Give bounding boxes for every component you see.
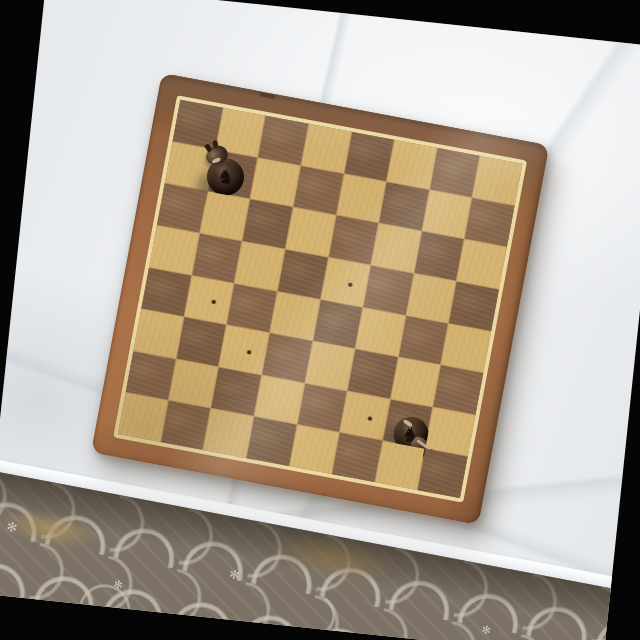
square-g5[interactable] [406, 274, 456, 323]
square-e7[interactable] [336, 174, 386, 223]
square-d3[interactable] [262, 333, 312, 382]
square-d1[interactable] [246, 417, 296, 466]
square-f7[interactable] [379, 182, 429, 231]
square-d6[interactable] [286, 208, 336, 257]
square-h1[interactable] [418, 449, 468, 498]
square-a3[interactable] [134, 309, 184, 358]
square-b5[interactable] [192, 234, 242, 283]
square-c3[interactable] [219, 325, 269, 374]
square-d2[interactable] [254, 375, 304, 424]
square-g8[interactable] [430, 148, 480, 197]
square-b6[interactable] [200, 192, 250, 241]
square-d4[interactable] [270, 292, 320, 341]
square-g6[interactable] [414, 232, 464, 281]
square-e4[interactable] [313, 300, 363, 349]
square-a2[interactable] [126, 351, 176, 400]
square-a1[interactable] [118, 393, 168, 442]
square-a6[interactable] [157, 184, 207, 233]
square-h8[interactable] [473, 156, 523, 205]
square-e2[interactable] [297, 383, 347, 432]
square-f8[interactable] [387, 140, 437, 189]
square-c6[interactable] [243, 200, 293, 249]
square-h4[interactable] [442, 324, 492, 373]
square-e8[interactable] [344, 132, 394, 181]
knight-glyph: ♞ [215, 165, 236, 188]
carpet-flower-motif: ✻ [480, 623, 491, 637]
photo-scene: ✻✻✻✻✻✻✻✻✻✻✻ ♞♞ [0, 0, 640, 640]
carpet-flower-motif: ✻ [112, 578, 123, 592]
square-e5[interactable] [321, 258, 371, 307]
square-g3[interactable] [391, 357, 441, 406]
square-f2[interactable] [340, 391, 390, 440]
square-h2[interactable] [426, 407, 476, 456]
chess-board: ♞♞ [91, 73, 549, 525]
square-b2[interactable] [169, 359, 219, 408]
square-a5[interactable] [149, 226, 199, 275]
square-e1[interactable] [289, 425, 339, 474]
carpet-swirl [68, 574, 141, 640]
carpet-flower-motif: ✻ [228, 567, 240, 583]
square-g4[interactable] [399, 316, 449, 365]
square-g7[interactable] [422, 190, 472, 239]
carpet-flower-motif: ✻ [43, 636, 53, 640]
square-d5[interactable] [278, 250, 328, 299]
square-g2[interactable]: ♞ [383, 399, 433, 448]
square-b7[interactable]: ♞ [208, 150, 258, 199]
square-f5[interactable] [364, 266, 414, 315]
square-g1[interactable] [375, 441, 425, 490]
carpet-flower-motif: ✻ [5, 519, 19, 536]
square-f6[interactable] [371, 224, 421, 273]
square-h7[interactable] [465, 198, 515, 247]
square-e6[interactable] [329, 216, 379, 265]
square-h6[interactable] [457, 240, 507, 289]
square-b3[interactable] [176, 317, 226, 366]
square-f4[interactable] [356, 308, 406, 357]
square-c1[interactable] [204, 409, 254, 458]
board-squares-grid: ♞♞ [118, 100, 523, 498]
square-h3[interactable] [434, 366, 484, 415]
square-b1[interactable] [161, 401, 211, 450]
square-b4[interactable] [184, 275, 234, 324]
square-f3[interactable] [348, 349, 398, 398]
square-c4[interactable] [227, 283, 277, 332]
square-f1[interactable] [332, 433, 382, 482]
carpet-swirl [288, 590, 339, 640]
frame-scratch-mark [259, 92, 275, 99]
square-c7[interactable] [251, 158, 301, 207]
square-c8[interactable] [258, 116, 308, 165]
square-c5[interactable] [235, 242, 285, 291]
square-h5[interactable] [449, 282, 499, 331]
square-d7[interactable] [294, 166, 344, 215]
square-e3[interactable] [305, 341, 355, 390]
square-a4[interactable] [141, 267, 191, 316]
square-c2[interactable] [211, 367, 261, 416]
square-d8[interactable] [301, 124, 351, 173]
